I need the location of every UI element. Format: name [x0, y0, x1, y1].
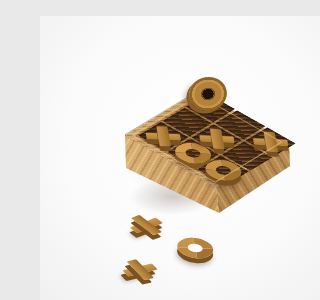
- x-piece: [116, 257, 163, 283]
- x-piece: [252, 131, 290, 152]
- off-board-piece-slot-2: [116, 256, 164, 284]
- product-photo-scene: Product photo of a wooden tic-tac-toe (n…: [40, 16, 320, 300]
- o-piece: [170, 233, 220, 262]
- off-board-piece-slot-3: [170, 233, 220, 262]
